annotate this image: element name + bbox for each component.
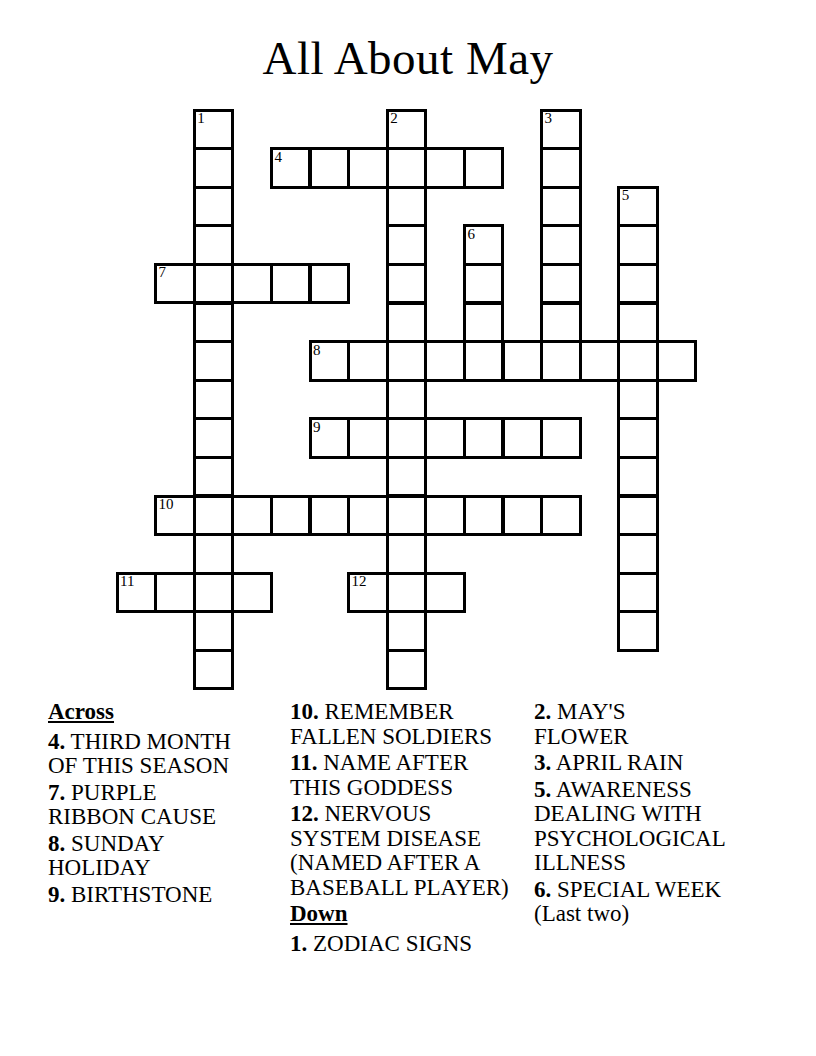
grid-cell-r6c11[interactable] (540, 340, 582, 382)
grid-cell-r10c2[interactable] (193, 495, 235, 537)
clue-text: AWARENESS DEALING WITH PSYCHOLOGICAL ILL… (534, 777, 726, 876)
clue-text: NAME AFTER THIS GODDESS (290, 750, 468, 800)
puzzle-title: All About May (0, 30, 816, 86)
clue-number: 10. (290, 699, 319, 724)
grid-cell-r8c7[interactable] (386, 417, 428, 459)
clue-column-1: Across 4. THIRD MONTH OF THIS SEASON 7. … (48, 700, 285, 909)
crossword-grid: 123456789101112 (117, 110, 696, 689)
grid-cell-r4c13[interactable] (617, 263, 659, 305)
grid-cell-r9c7[interactable] (386, 456, 428, 498)
grid-cell-r4c9[interactable] (463, 263, 505, 305)
grid-cell-r10c13[interactable] (617, 495, 659, 537)
clue-across-12: 12. NERVOUS SYSTEM DISEASE (NAMED AFTER … (290, 802, 530, 900)
grid-cell-r5c9[interactable] (463, 302, 505, 344)
grid-cell-r7c2[interactable] (193, 379, 235, 421)
grid-cell-r1c5[interactable] (309, 147, 351, 189)
grid-cell-r9c13[interactable] (617, 456, 659, 498)
grid-cell-r1c9[interactable] (463, 147, 505, 189)
cell-number-8: 8 (313, 343, 321, 358)
grid-cell-r12c13[interactable] (617, 572, 659, 614)
grid-cell-r12c8[interactable] (424, 572, 466, 614)
grid-cell-r14c2[interactable] (193, 649, 235, 691)
grid-cell-r11c2[interactable] (193, 533, 235, 575)
cell-number-7: 7 (159, 265, 167, 280)
grid-cell-r4c3[interactable] (231, 263, 273, 305)
cell-number-3: 3 (545, 111, 553, 126)
grid-cell-r2c11[interactable] (540, 186, 582, 228)
down-heading: Down (290, 902, 530, 927)
clue-number: 3. (534, 750, 551, 775)
grid-cell-r8c13[interactable] (617, 417, 659, 459)
clue-number: 9. (48, 882, 65, 907)
grid-cell-r7c13[interactable] (617, 379, 659, 421)
grid-cell-r4c2[interactable] (193, 263, 235, 305)
clue-number: 6. (534, 877, 551, 902)
grid-cell-r8c9[interactable] (463, 417, 505, 459)
clue-number: 5. (534, 777, 551, 802)
clue-across-9: 9. BIRTHSTONE (48, 883, 285, 908)
grid-cell-r4c11[interactable] (540, 263, 582, 305)
clue-text: SPECIAL WEEK (Last two) (534, 877, 721, 927)
grid-cell-r1c7[interactable] (386, 147, 428, 189)
grid-cell-r8c2[interactable] (193, 417, 235, 459)
clue-text: ZODIAC SIGNS (313, 931, 472, 956)
grid-cell-r6c2[interactable] (193, 340, 235, 382)
clue-number: 8. (48, 831, 65, 856)
clue-down-2: 2. MAY'S FLOWER (534, 700, 762, 749)
clue-number: 1. (290, 931, 307, 956)
cell-number-5: 5 (622, 188, 630, 203)
grid-cell-r11c7[interactable] (386, 533, 428, 575)
clue-text: APRIL RAIN (556, 750, 684, 775)
clue-text: REMEMBER FALLEN SOLDIERS (290, 699, 492, 749)
grid-cell-r10c11[interactable] (540, 495, 582, 537)
grid-cell-r1c6[interactable] (347, 147, 389, 189)
grid-cell-r3c13[interactable] (617, 224, 659, 266)
grid-cell-r10c3[interactable] (231, 495, 273, 537)
grid-cell-r3c2[interactable] (193, 224, 235, 266)
grid-cell-r6c12[interactable] (579, 340, 621, 382)
grid-cell-r1c11[interactable] (540, 147, 582, 189)
grid-cell-r6c9[interactable] (463, 340, 505, 382)
cell-number-10: 10 (159, 497, 174, 512)
grid-cell-r10c6[interactable] (347, 495, 389, 537)
grid-cell-r8c11[interactable] (540, 417, 582, 459)
grid-cell-r5c11[interactable] (540, 302, 582, 344)
grid-cell-r6c6[interactable] (347, 340, 389, 382)
cell-number-11: 11 (120, 574, 134, 589)
clue-across-4: 4. THIRD MONTH OF THIS SEASON (48, 730, 285, 779)
grid-cell-r4c7[interactable] (386, 263, 428, 305)
grid-cell-r5c7[interactable] (386, 302, 428, 344)
grid-cell-r12c7[interactable] (386, 572, 428, 614)
clue-down-6: 6. SPECIAL WEEK (Last two) (534, 878, 762, 927)
clue-text: PURPLE RIBBON CAUSE (48, 780, 216, 830)
clue-across-11: 11. NAME AFTER THIS GODDESS (290, 751, 530, 800)
grid-cell-r1c2[interactable] (193, 147, 235, 189)
grid-cell-r9c2[interactable] (193, 456, 235, 498)
grid-cell-r10c7[interactable] (386, 495, 428, 537)
grid-cell-r2c2[interactable] (193, 186, 235, 228)
grid-cell-r5c13[interactable] (617, 302, 659, 344)
cell-number-6: 6 (467, 227, 475, 242)
clue-text: NERVOUS SYSTEM DISEASE (NAMED AFTER A BA… (290, 801, 509, 900)
clue-number: 2. (534, 699, 551, 724)
across-heading: Across (48, 700, 285, 725)
grid-cell-r14c7[interactable] (386, 649, 428, 691)
clue-column-3: 2. MAY'S FLOWER 3. APRIL RAIN 5. AWARENE… (534, 700, 762, 929)
grid-cell-r8c6[interactable] (347, 417, 389, 459)
clue-column-2: 10. REMEMBER FALLEN SOLDIERS 11. NAME AF… (290, 700, 530, 958)
clue-text: SUNDAY HOLIDAY (48, 831, 165, 881)
grid-cell-r1c8[interactable] (424, 147, 466, 189)
grid-cell-r6c7[interactable] (386, 340, 428, 382)
grid-cell-r4c4[interactable] (270, 263, 312, 305)
clue-down-3: 3. APRIL RAIN (534, 751, 762, 776)
grid-cell-r11c13[interactable] (617, 533, 659, 575)
clue-number: 12. (290, 801, 319, 826)
grid-cell-r13c7[interactable] (386, 610, 428, 652)
clue-across-10: 10. REMEMBER FALLEN SOLDIERS (290, 700, 530, 749)
cell-number-2: 2 (390, 111, 398, 126)
grid-cell-r10c8[interactable] (424, 495, 466, 537)
clue-across-7: 7. PURPLE RIBBON CAUSE (48, 781, 285, 830)
worksheet-page: All About May 123456789101112 Across 4. … (0, 0, 816, 1056)
cell-number-9: 9 (313, 420, 321, 435)
grid-cell-r6c8[interactable] (424, 340, 466, 382)
cell-number-12: 12 (352, 574, 367, 589)
grid-cell-r10c5[interactable] (309, 495, 351, 537)
grid-cell-r13c13[interactable] (617, 610, 659, 652)
grid-cell-r6c10[interactable] (502, 340, 544, 382)
clue-number: 7. (48, 780, 65, 805)
grid-cell-r8c10[interactable] (502, 417, 544, 459)
clue-number: 4. (48, 729, 65, 754)
grid-cell-r12c3[interactable] (231, 572, 273, 614)
grid-cell-r3c7[interactable] (386, 224, 428, 266)
grid-cell-r7c7[interactable] (386, 379, 428, 421)
grid-cell-r10c9[interactable] (463, 495, 505, 537)
grid-cell-r10c10[interactable] (502, 495, 544, 537)
clue-number: 11. (290, 750, 317, 775)
clue-down-1: 1. ZODIAC SIGNS (290, 932, 530, 957)
grid-cell-r13c2[interactable] (193, 610, 235, 652)
grid-cell-r12c2[interactable] (193, 572, 235, 614)
grid-cell-r8c8[interactable] (424, 417, 466, 459)
clue-across-8: 8. SUNDAY HOLIDAY (48, 832, 285, 881)
grid-cell-r10c4[interactable] (270, 495, 312, 537)
clue-text: THIRD MONTH OF THIS SEASON (48, 729, 231, 779)
grid-cell-r4c5[interactable] (309, 263, 351, 305)
cell-number-4: 4 (274, 150, 282, 165)
grid-cell-r6c14[interactable] (656, 340, 698, 382)
grid-cell-r5c2[interactable] (193, 302, 235, 344)
grid-cell-r6c13[interactable] (617, 340, 659, 382)
cell-number-1: 1 (197, 111, 205, 126)
clue-down-5: 5. AWARENESS DEALING WITH PSYCHOLOGICAL … (534, 778, 762, 876)
grid-cell-r12c1[interactable] (154, 572, 196, 614)
grid-cell-r3c11[interactable] (540, 224, 582, 266)
grid-cell-r2c7[interactable] (386, 186, 428, 228)
clue-text: BIRTHSTONE (71, 882, 212, 907)
